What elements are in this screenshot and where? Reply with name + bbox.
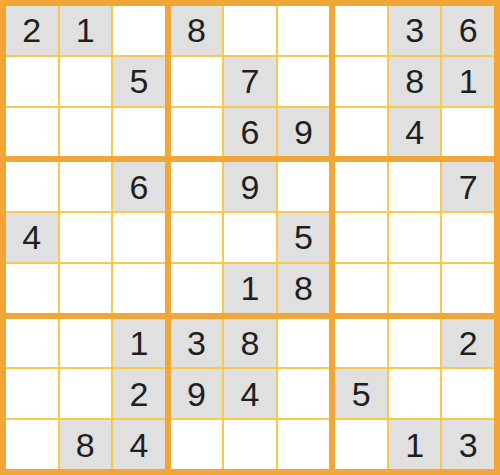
box-r2c1: 64 bbox=[6, 162, 165, 312]
cell-r7c2[interactable] bbox=[60, 319, 112, 368]
cell-r8c7: 5 bbox=[335, 369, 387, 418]
box-r3c1: 1284 bbox=[6, 319, 165, 469]
cell-r7c1[interactable] bbox=[6, 319, 58, 368]
cell-r1c6[interactable] bbox=[278, 6, 330, 55]
cell-r5c4[interactable] bbox=[171, 213, 223, 262]
cell-r6c9[interactable] bbox=[442, 264, 494, 313]
cell-r8c8[interactable] bbox=[389, 369, 441, 418]
cell-r1c3[interactable] bbox=[113, 6, 165, 55]
cell-r5c9[interactable] bbox=[442, 213, 494, 262]
cell-r8c5: 4 bbox=[224, 369, 276, 418]
cell-r9c5[interactable] bbox=[224, 420, 276, 469]
cell-r2c9: 1 bbox=[442, 57, 494, 106]
cell-r2c3: 5 bbox=[113, 57, 165, 106]
cell-r9c2: 8 bbox=[60, 420, 112, 469]
cell-r9c9: 3 bbox=[442, 420, 494, 469]
cell-r8c4: 9 bbox=[171, 369, 223, 418]
cell-r4c6[interactable] bbox=[278, 162, 330, 211]
cell-r2c4[interactable] bbox=[171, 57, 223, 106]
cell-r4c4[interactable] bbox=[171, 162, 223, 211]
cell-r5c7[interactable] bbox=[335, 213, 387, 262]
cell-r2c1[interactable] bbox=[6, 57, 58, 106]
cell-r6c7[interactable] bbox=[335, 264, 387, 313]
cell-r8c9[interactable] bbox=[442, 369, 494, 418]
cell-r9c4[interactable] bbox=[171, 420, 223, 469]
cell-r8c2[interactable] bbox=[60, 369, 112, 418]
cell-r2c7[interactable] bbox=[335, 57, 387, 106]
cell-r9c6[interactable] bbox=[278, 420, 330, 469]
cell-r2c8: 8 bbox=[389, 57, 441, 106]
cell-r9c3: 4 bbox=[113, 420, 165, 469]
cell-r5c6: 5 bbox=[278, 213, 330, 262]
cell-r7c9: 2 bbox=[442, 319, 494, 368]
cell-r4c9: 7 bbox=[442, 162, 494, 211]
cell-r6c6: 8 bbox=[278, 264, 330, 313]
cell-r2c6[interactable] bbox=[278, 57, 330, 106]
cell-r4c5: 9 bbox=[224, 162, 276, 211]
cell-r6c8[interactable] bbox=[389, 264, 441, 313]
cell-r3c1[interactable] bbox=[6, 108, 58, 157]
box-r3c3: 2513 bbox=[335, 319, 494, 469]
cell-r1c1: 2 bbox=[6, 6, 58, 55]
cell-r9c8: 1 bbox=[389, 420, 441, 469]
cell-r3c5: 6 bbox=[224, 108, 276, 157]
sudoku-board: 2158769368146495187128438942513 bbox=[0, 0, 500, 475]
cell-r6c1[interactable] bbox=[6, 264, 58, 313]
cell-r6c5: 1 bbox=[224, 264, 276, 313]
cell-r3c8: 4 bbox=[389, 108, 441, 157]
cell-r4c1[interactable] bbox=[6, 162, 58, 211]
cell-r1c4: 8 bbox=[171, 6, 223, 55]
box-r2c3: 7 bbox=[335, 162, 494, 312]
cell-r8c6[interactable] bbox=[278, 369, 330, 418]
cell-r1c2: 1 bbox=[60, 6, 112, 55]
cell-r8c3: 2 bbox=[113, 369, 165, 418]
cell-r1c7[interactable] bbox=[335, 6, 387, 55]
cell-r5c3[interactable] bbox=[113, 213, 165, 262]
cell-r3c7[interactable] bbox=[335, 108, 387, 157]
cell-r2c2[interactable] bbox=[60, 57, 112, 106]
cell-r4c8[interactable] bbox=[389, 162, 441, 211]
cell-r4c2[interactable] bbox=[60, 162, 112, 211]
cell-r3c3[interactable] bbox=[113, 108, 165, 157]
cell-r1c5[interactable] bbox=[224, 6, 276, 55]
cell-r7c5: 8 bbox=[224, 319, 276, 368]
cell-r7c8[interactable] bbox=[389, 319, 441, 368]
box-r1c1: 215 bbox=[6, 6, 165, 156]
cell-r6c3[interactable] bbox=[113, 264, 165, 313]
cell-r8c1[interactable] bbox=[6, 369, 58, 418]
cell-r1c9: 6 bbox=[442, 6, 494, 55]
cell-r3c9[interactable] bbox=[442, 108, 494, 157]
box-r1c2: 8769 bbox=[171, 6, 330, 156]
cell-r7c7[interactable] bbox=[335, 319, 387, 368]
cell-r7c4: 3 bbox=[171, 319, 223, 368]
cell-r4c3: 6 bbox=[113, 162, 165, 211]
box-r2c2: 9518 bbox=[171, 162, 330, 312]
cell-r3c6: 9 bbox=[278, 108, 330, 157]
cell-r7c6[interactable] bbox=[278, 319, 330, 368]
box-r1c3: 36814 bbox=[335, 6, 494, 156]
cell-r4c7[interactable] bbox=[335, 162, 387, 211]
cell-r9c7[interactable] bbox=[335, 420, 387, 469]
cell-r5c1: 4 bbox=[6, 213, 58, 262]
box-r3c2: 3894 bbox=[171, 319, 330, 469]
cell-r6c4[interactable] bbox=[171, 264, 223, 313]
cell-r7c3: 1 bbox=[113, 319, 165, 368]
cell-r5c8[interactable] bbox=[389, 213, 441, 262]
cell-r3c2[interactable] bbox=[60, 108, 112, 157]
cell-r3c4[interactable] bbox=[171, 108, 223, 157]
cell-r2c5: 7 bbox=[224, 57, 276, 106]
cell-r5c2[interactable] bbox=[60, 213, 112, 262]
cell-r1c8: 3 bbox=[389, 6, 441, 55]
cell-r5c5[interactable] bbox=[224, 213, 276, 262]
cell-r9c1[interactable] bbox=[6, 420, 58, 469]
cell-r6c2[interactable] bbox=[60, 264, 112, 313]
